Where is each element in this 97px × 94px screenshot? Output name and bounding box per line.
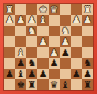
white-pawn[interactable]: ♟ (5, 15, 14, 25)
square[interactable] (37, 79, 48, 90)
black-pawn[interactable]: ♟ (39, 69, 48, 79)
square[interactable] (60, 15, 71, 26)
square[interactable]: ♛ (49, 79, 60, 90)
black-rook[interactable]: ♜ (83, 79, 92, 89)
square[interactable] (4, 47, 15, 58)
square[interactable]: ♚ (37, 4, 48, 15)
black-king[interactable]: ♚ (16, 79, 25, 89)
square[interactable]: ♜ (82, 4, 93, 15)
square[interactable] (15, 4, 26, 15)
white-knight[interactable]: ♞ (61, 26, 70, 36)
white-rook[interactable]: ♜ (5, 4, 14, 14)
square[interactable]: ♜ (26, 79, 37, 90)
square[interactable]: ♞ (26, 58, 37, 69)
square[interactable]: ♞ (82, 58, 93, 69)
square[interactable]: ♟ (15, 58, 26, 69)
square[interactable]: ♜ (4, 4, 15, 15)
square[interactable]: ♟ (82, 69, 93, 80)
white-pawn[interactable]: ♟ (72, 15, 81, 25)
black-rook[interactable]: ♜ (28, 79, 37, 89)
square[interactable] (71, 47, 82, 58)
black-pawn[interactable]: ♟ (50, 58, 59, 68)
square[interactable] (4, 79, 15, 90)
white-knight[interactable]: ♞ (28, 26, 37, 36)
square[interactable]: ♟ (60, 47, 71, 58)
square[interactable]: ♟ (4, 15, 15, 26)
square[interactable]: ♟ (49, 58, 60, 69)
black-pawn[interactable]: ♟ (28, 69, 37, 79)
white-pawn[interactable]: ♟ (28, 15, 37, 25)
square[interactable]: ♟ (37, 69, 48, 80)
square[interactable]: ♟ (82, 15, 93, 26)
square[interactable]: ♟ (49, 47, 60, 58)
square[interactable] (60, 69, 71, 80)
square[interactable]: ♚ (15, 79, 26, 90)
black-queen[interactable]: ♛ (50, 79, 59, 89)
square[interactable] (71, 58, 82, 69)
square[interactable] (37, 58, 48, 69)
square[interactable] (4, 36, 15, 47)
white-bishop[interactable]: ♝ (16, 47, 25, 57)
square[interactable]: ♟ (26, 69, 37, 80)
black-pawn[interactable]: ♟ (83, 69, 92, 79)
square[interactable]: ♟ (15, 15, 26, 26)
square[interactable] (15, 36, 26, 47)
square[interactable] (26, 4, 37, 15)
white-bishop[interactable]: ♝ (39, 15, 48, 25)
chess-board-frame: ♜♚♛♜♟♟♟♝♟♟♞♞♟♟♝♟♟♟♞♟♞♟♝♟♟♟♟♚♜♛♝♜ (0, 0, 97, 94)
square[interactable]: ♝ (15, 47, 26, 58)
square[interactable] (4, 58, 15, 69)
square[interactable]: ♟ (71, 69, 82, 80)
square[interactable] (26, 47, 37, 58)
square[interactable]: ♟ (71, 15, 82, 26)
square[interactable]: ♟ (60, 36, 71, 47)
white-rook[interactable]: ♜ (83, 4, 92, 14)
square[interactable] (15, 26, 26, 37)
black-bishop[interactable]: ♝ (16, 69, 25, 79)
black-pawn[interactable]: ♟ (5, 69, 14, 79)
square[interactable] (49, 36, 60, 47)
chess-board: ♜♚♛♜♟♟♟♝♟♟♞♞♟♟♝♟♟♟♞♟♞♟♝♟♟♟♟♚♜♛♝♜ (4, 4, 93, 90)
white-pawn[interactable]: ♟ (83, 15, 92, 25)
square[interactable] (37, 47, 48, 58)
square[interactable]: ♛ (49, 4, 60, 15)
black-pawn[interactable]: ♟ (72, 69, 81, 79)
white-queen[interactable]: ♛ (50, 4, 59, 14)
square[interactable] (4, 26, 15, 37)
square[interactable]: ♞ (60, 26, 71, 37)
square[interactable] (49, 69, 60, 80)
square[interactable]: ♟ (4, 69, 15, 80)
square[interactable]: ♝ (60, 79, 71, 90)
white-pawn[interactable]: ♟ (39, 36, 48, 46)
white-pawn[interactable]: ♟ (61, 36, 70, 46)
black-knight[interactable]: ♞ (83, 58, 92, 68)
black-pawn[interactable]: ♟ (16, 58, 25, 68)
square[interactable] (60, 58, 71, 69)
black-pawn[interactable]: ♟ (61, 47, 70, 57)
square[interactable] (37, 26, 48, 37)
square[interactable] (71, 36, 82, 47)
square[interactable]: ♞ (26, 26, 37, 37)
square[interactable]: ♝ (15, 69, 26, 80)
square[interactable]: ♟ (26, 15, 37, 26)
square[interactable]: ♜ (82, 79, 93, 90)
square[interactable] (82, 36, 93, 47)
square[interactable] (71, 4, 82, 15)
square[interactable] (71, 26, 82, 37)
square[interactable] (49, 26, 60, 37)
square[interactable] (82, 47, 93, 58)
square[interactable]: ♟ (37, 36, 48, 47)
square[interactable] (26, 36, 37, 47)
white-king[interactable]: ♚ (39, 4, 48, 14)
square[interactable] (71, 79, 82, 90)
square[interactable] (82, 26, 93, 37)
square[interactable] (60, 4, 71, 15)
black-bishop[interactable]: ♝ (61, 79, 70, 89)
white-pawn[interactable]: ♟ (50, 47, 59, 57)
square[interactable] (49, 15, 60, 26)
white-pawn[interactable]: ♟ (16, 15, 25, 25)
square[interactable]: ♝ (37, 15, 48, 26)
black-knight[interactable]: ♞ (28, 58, 37, 68)
